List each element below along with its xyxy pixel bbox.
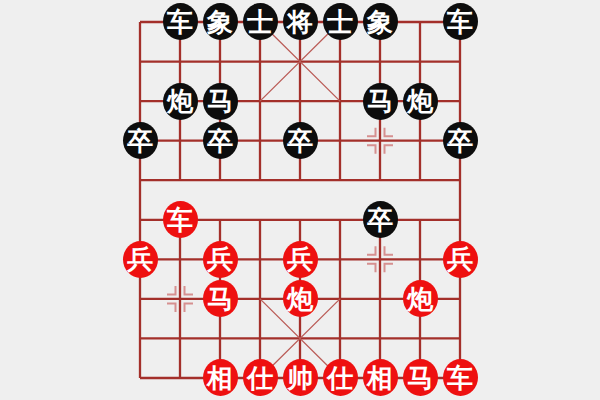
piece-red-advisor[interactable]: 仕 — [243, 359, 278, 396]
piece-black-soldier[interactable]: 卒 — [203, 122, 238, 159]
xiangqi-diagram: 车象士将士象车炮马马炮卒卒卒卒车卒兵兵兵兵马炮炮相仕帅仕相马车 — [0, 0, 600, 400]
piece-red-soldier[interactable]: 兵 — [283, 241, 318, 278]
piece-red-chariot[interactable]: 车 — [163, 201, 198, 238]
piece-red-horse[interactable]: 马 — [403, 359, 438, 396]
piece-red-elephant[interactable]: 相 — [363, 359, 398, 396]
piece-red-general[interactable]: 帅 — [283, 359, 318, 396]
piece-red-elephant[interactable]: 相 — [203, 359, 238, 396]
piece-black-cannon[interactable]: 炮 — [163, 83, 198, 120]
piece-red-cannon[interactable]: 炮 — [283, 280, 318, 317]
piece-black-cannon[interactable]: 炮 — [403, 83, 438, 120]
piece-black-soldier[interactable]: 卒 — [443, 122, 478, 159]
piece-black-soldier[interactable]: 卒 — [283, 122, 318, 159]
piece-black-elephant[interactable]: 象 — [363, 3, 398, 40]
piece-black-chariot[interactable]: 车 — [443, 3, 478, 40]
piece-red-horse[interactable]: 马 — [203, 280, 238, 317]
piece-red-chariot[interactable]: 车 — [443, 359, 478, 396]
piece-black-soldier[interactable]: 卒 — [123, 122, 158, 159]
piece-red-soldier[interactable]: 兵 — [123, 241, 158, 278]
piece-black-elephant[interactable]: 象 — [203, 3, 238, 40]
piece-red-soldier[interactable]: 兵 — [203, 241, 238, 278]
piece-black-advisor[interactable]: 士 — [243, 3, 278, 40]
piece-black-soldier[interactable]: 卒 — [363, 201, 398, 238]
xiangqi-board: 车象士将士象车炮马马炮卒卒卒卒车卒兵兵兵兵马炮炮相仕帅仕相马车 — [120, 2, 480, 398]
piece-red-soldier[interactable]: 兵 — [443, 241, 478, 278]
piece-red-advisor[interactable]: 仕 — [323, 359, 358, 396]
piece-black-horse[interactable]: 马 — [363, 83, 398, 120]
piece-black-advisor[interactable]: 士 — [323, 3, 358, 40]
piece-black-horse[interactable]: 马 — [203, 83, 238, 120]
piece-red-cannon[interactable]: 炮 — [403, 280, 438, 317]
piece-black-chariot[interactable]: 车 — [163, 3, 198, 40]
piece-black-general[interactable]: 将 — [283, 3, 318, 40]
